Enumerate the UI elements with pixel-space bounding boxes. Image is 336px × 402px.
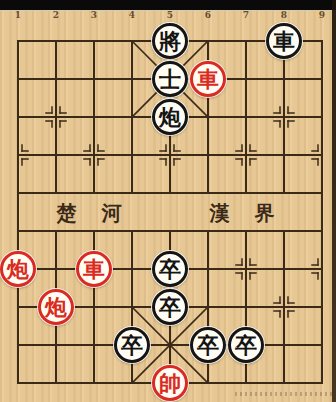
file-label-2: 2 (53, 10, 59, 21)
file-label-3: 3 (91, 10, 97, 21)
red-chariot[interactable]: 車 (76, 251, 112, 287)
red-chariot[interactable]: 車 (190, 61, 226, 97)
file-label-5: 5 (167, 10, 173, 21)
piece-glyph: 帥 (159, 368, 181, 398)
file-label-7: 7 (243, 10, 249, 21)
black-soldier[interactable]: 卒 (152, 251, 188, 287)
black-soldier[interactable]: 卒 (152, 289, 188, 325)
file-label-9: 9 (319, 10, 325, 21)
piece-glyph: 卒 (235, 330, 257, 360)
file-label-1: 1 (15, 10, 21, 21)
xiangqi-app: 123456789 楚 河 漢 界 將車士車炮炮車卒炮卒卒卒卒帥 (0, 0, 336, 402)
red-general[interactable]: 帥 (152, 365, 188, 401)
black-soldier[interactable]: 卒 (190, 327, 226, 363)
black-soldier[interactable]: 卒 (114, 327, 150, 363)
piece-glyph: 車 (273, 26, 295, 56)
piece-glyph: 車 (83, 254, 105, 284)
piece-glyph: 卒 (159, 292, 181, 322)
piece-glyph: 炮 (45, 292, 67, 322)
black-advisor[interactable]: 士 (152, 61, 188, 97)
piece-glyph: 將 (159, 26, 181, 56)
piece-glyph: 卒 (197, 330, 219, 360)
red-cannon[interactable]: 炮 (38, 289, 74, 325)
file-label-6: 6 (205, 10, 211, 21)
board[interactable]: 將車士車炮炮車卒炮卒卒卒卒帥 (0, 22, 336, 402)
piece-glyph: 士 (159, 64, 181, 94)
red-cannon[interactable]: 炮 (0, 251, 36, 287)
black-chariot[interactable]: 車 (266, 23, 302, 59)
right-edge-shadow (332, 0, 336, 402)
piece-glyph: 車 (197, 64, 219, 94)
piece-glyph: 炮 (7, 254, 29, 284)
black-soldier[interactable]: 卒 (228, 327, 264, 363)
file-labels: 123456789 (0, 9, 336, 22)
piece-glyph: 卒 (159, 254, 181, 284)
black-general[interactable]: 將 (152, 23, 188, 59)
file-label-8: 8 (281, 10, 287, 21)
piece-glyph: 卒 (121, 330, 143, 360)
black-cannon[interactable]: 炮 (152, 99, 188, 135)
piece-glyph: 炮 (159, 102, 181, 132)
file-label-4: 4 (129, 10, 135, 21)
watermark (235, 392, 333, 396)
